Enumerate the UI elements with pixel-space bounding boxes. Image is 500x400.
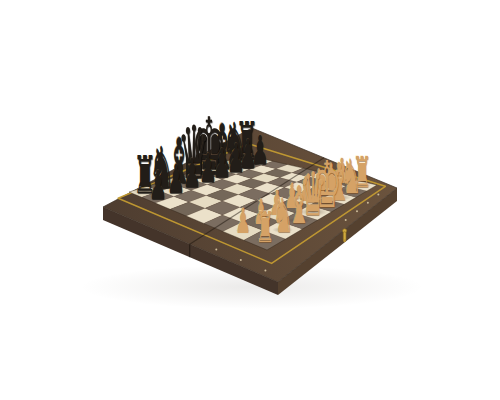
inlay-dot xyxy=(367,202,369,204)
inlay-dot xyxy=(345,219,347,221)
inlay-dot xyxy=(377,194,379,196)
inlay-dot xyxy=(356,210,358,212)
chess-board xyxy=(0,0,500,400)
chess-set-photo: ♜♟♞♟♝♟♚♟♛♟♝♟♟♜♞♟♟♞♜♟♟♝♟♚♟♛♟♝♟♞♟♜ xyxy=(0,0,500,400)
inlay-dot xyxy=(240,259,242,261)
inlay-dot xyxy=(215,248,217,250)
inlay-dot xyxy=(264,269,266,271)
